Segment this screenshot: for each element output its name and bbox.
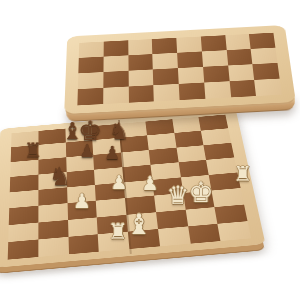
black-knight: ♞ (109, 120, 130, 143)
black-rook: ♜ (24, 140, 42, 160)
black-pawn: ♟ (79, 142, 95, 160)
pieces-layer: ♜♝♚♞♟♟♞♟♟♜♟♛♚♜♝ (0, 0, 300, 300)
white-pawn: ♟ (73, 191, 91, 211)
white-pawn: ♟ (110, 173, 127, 192)
white-rook: ♜ (108, 221, 128, 243)
white-king: ♚ (188, 179, 213, 207)
white-pawn: ♟ (141, 174, 158, 193)
white-queen: ♛ (167, 183, 189, 208)
black-pawn: ♟ (104, 144, 120, 162)
white-bishop: ♝ (126, 211, 151, 239)
black-knight: ♞ (49, 164, 71, 189)
white-rook: ♜ (234, 164, 253, 185)
product-photo-scene: ♜♝♚♞♟♟♞♟♟♜♟♛♚♜♝ (0, 0, 300, 300)
